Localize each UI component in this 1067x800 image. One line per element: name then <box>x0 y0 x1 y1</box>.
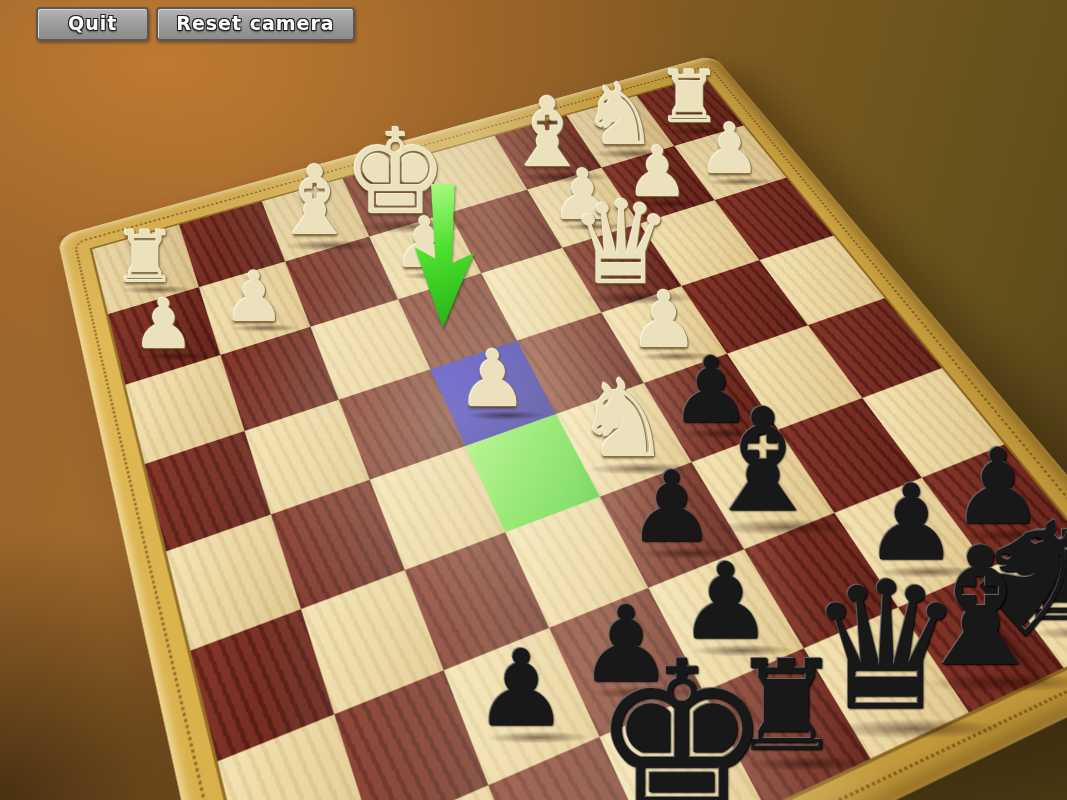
piece-black-bishop-c6[interactable]: ♝ <box>699 390 827 532</box>
bishop-glyph: ♝ <box>272 153 358 249</box>
piece-black-king-e8[interactable]: ♚ <box>591 634 772 800</box>
pawn-glyph: ♟ <box>699 115 762 185</box>
king-glyph: ♚ <box>591 634 772 800</box>
piece-white-pawn-a2[interactable]: ♟ <box>699 115 762 185</box>
piece-white-bishop-f1[interactable]: ♝ <box>272 153 358 249</box>
button-bar: Quit Reset camera <box>36 7 355 41</box>
rook-glyph: ♜ <box>113 220 178 292</box>
reset-camera-button[interactable]: Reset camera <box>156 7 354 41</box>
quit-button[interactable]: Quit <box>36 7 149 41</box>
piece-white-rook-h1[interactable]: ♜ <box>113 220 178 292</box>
pawn-glyph: ♟ <box>394 209 457 279</box>
piece-black-pawn-f7[interactable]: ♟ <box>474 636 569 741</box>
bishop-glyph: ♝ <box>699 390 827 532</box>
pawn-glyph: ♟ <box>458 340 528 418</box>
pawn-glyph: ♟ <box>223 261 285 331</box>
piece-white-pawn-h2[interactable]: ♟ <box>133 289 195 358</box>
piece-white-pawn-g2[interactable]: ♟ <box>223 261 285 331</box>
piece-white-pawn-e2[interactable]: ♟ <box>394 209 457 279</box>
pawn-glyph: ♟ <box>474 636 569 741</box>
pawn-glyph: ♟ <box>133 289 195 358</box>
piece-white-pawn-e4[interactable]: ♟ <box>458 340 528 418</box>
